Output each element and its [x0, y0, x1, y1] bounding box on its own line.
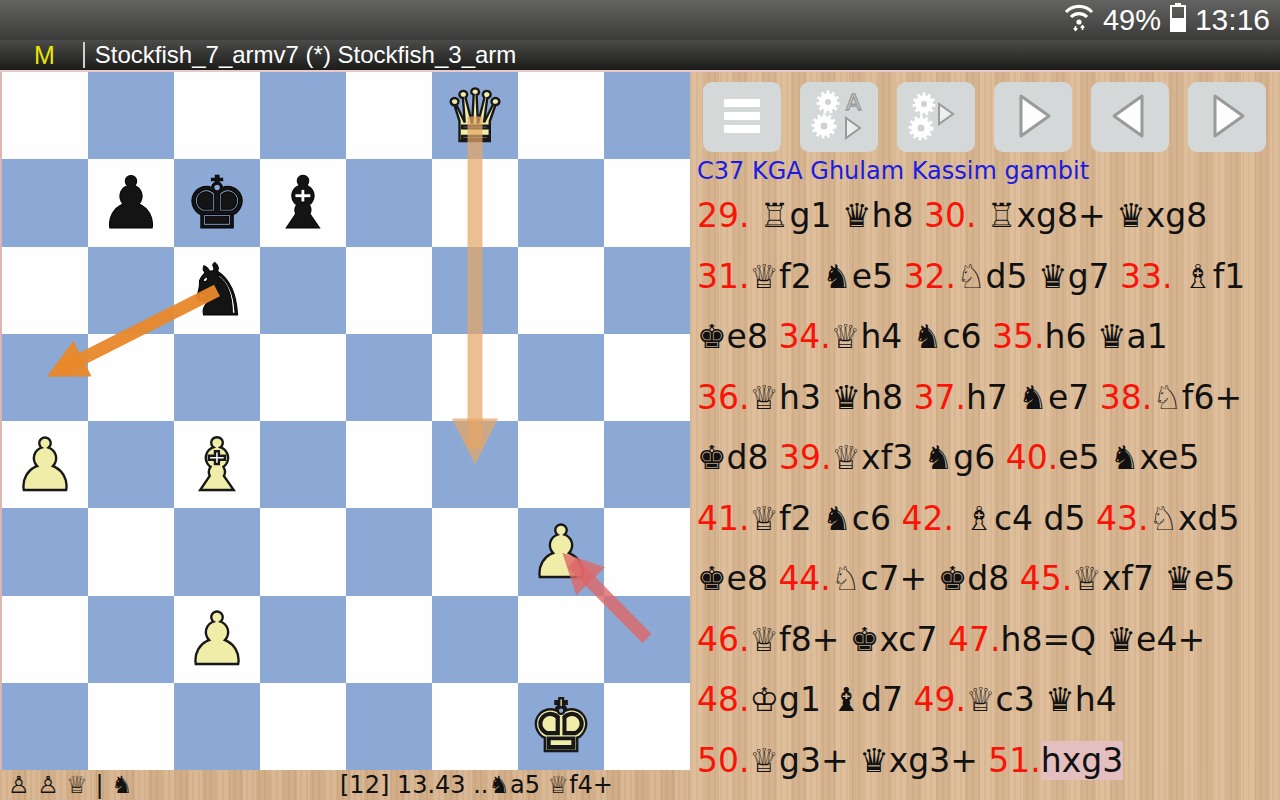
- move-number[interactable]: 30.: [924, 196, 976, 235]
- square-g8[interactable]: [518, 72, 604, 159]
- move-number[interactable]: 36.: [697, 378, 749, 417]
- move-token[interactable]: ♖g1 ♛h8: [749, 196, 924, 235]
- square-f6[interactable]: [432, 247, 518, 334]
- gears-a-play-icon: A: [810, 88, 868, 147]
- square-a6[interactable]: [2, 247, 88, 334]
- move-list[interactable]: C37 KGA Ghulam Kassim gambit 29. ♖g1 ♛h8…: [690, 152, 1280, 791]
- move-number[interactable]: 45.: [1020, 559, 1072, 598]
- square-g5[interactable]: [518, 334, 604, 421]
- square-c7[interactable]: ♚: [174, 159, 260, 246]
- move-number[interactable]: 38.: [1100, 378, 1152, 417]
- square-h1[interactable]: [604, 683, 690, 770]
- engine-play-button[interactable]: [897, 82, 975, 152]
- square-c3[interactable]: [174, 508, 260, 595]
- square-e3[interactable]: [346, 508, 432, 595]
- move-token[interactable]: ♕c3 ♛h4: [966, 680, 1117, 719]
- black-bishop[interactable]: ♝: [271, 167, 336, 239]
- square-b7[interactable]: ♟: [88, 159, 174, 246]
- square-f1[interactable]: [432, 683, 518, 770]
- move-token[interactable]: ♗f1: [1173, 257, 1246, 296]
- move-number[interactable]: 32.: [904, 257, 956, 296]
- move-number[interactable]: 31.: [697, 257, 749, 296]
- square-h2[interactable]: [604, 596, 690, 683]
- square-a2[interactable]: [2, 596, 88, 683]
- menu-button[interactable]: [703, 82, 781, 152]
- left-triangle-icon: [1102, 88, 1158, 147]
- opening-name: C37 KGA Ghulam Kassim gambit: [697, 156, 1274, 186]
- move-token[interactable]: ♘xd5: [1149, 499, 1240, 538]
- square-c1[interactable]: [174, 683, 260, 770]
- move-line: 29. ♖g1 ♛h8 30. ♖xg8+ ♛xg8: [697, 186, 1274, 247]
- square-c6[interactable]: ♞: [174, 247, 260, 334]
- title-separator: [83, 42, 85, 68]
- move-token[interactable]: ♚e8: [697, 317, 778, 356]
- square-g2[interactable]: [518, 596, 604, 683]
- move-token[interactable]: ♘f6+: [1152, 378, 1242, 417]
- back-button[interactable]: [1091, 82, 1169, 152]
- window-title: Stockfish_7_armv7 (*) Stockfish_3_arm: [95, 41, 517, 69]
- move-line: 36.♕h3 ♛h8 37.h7 ♞e7 38.♘f6+: [697, 368, 1274, 429]
- move-line: ♚e8 34.♕h4 ♞c6 35.h6 ♛a1: [697, 307, 1274, 368]
- move-number[interactable]: 47.: [948, 620, 1000, 659]
- move-token[interactable]: ♘d5 ♛g7: [956, 257, 1120, 296]
- move-token[interactable]: ♕f2 ♞e5: [749, 257, 903, 296]
- square-h5[interactable]: [604, 334, 690, 421]
- title-bar: M Stockfish_7_armv7 (*) Stockfish_3_arm: [0, 40, 1280, 70]
- move-number[interactable]: 39.: [779, 438, 831, 477]
- notation-panel: A: [690, 72, 1280, 800]
- move-token[interactable]: ♕xf3 ♞g6: [832, 438, 1006, 477]
- black-pawn[interactable]: ♟: [99, 167, 164, 239]
- move-number[interactable]: 41.: [697, 499, 749, 538]
- battery-percent: 49%: [1103, 4, 1161, 37]
- svg-text:A: A: [846, 90, 861, 115]
- move-token[interactable]: ♚e8: [697, 559, 778, 598]
- square-h4[interactable]: [604, 421, 690, 508]
- square-a1[interactable]: [2, 683, 88, 770]
- move-token[interactable]: ♕f8+ ♚xc7: [749, 620, 948, 659]
- hamburger-icon: [718, 93, 766, 142]
- square-e5[interactable]: [346, 334, 432, 421]
- clock-text: 13:16: [1195, 3, 1270, 37]
- chess-board[interactable]: ♛♟♚♝♞♟♝♟♟♚: [0, 72, 690, 770]
- white-pawn[interactable]: ♟: [185, 603, 250, 675]
- square-a5[interactable]: [2, 334, 88, 421]
- move-number[interactable]: 42.: [901, 499, 953, 538]
- move-token[interactable]: ♕f2 ♞c6: [749, 499, 901, 538]
- square-g3[interactable]: ♟: [518, 508, 604, 595]
- square-a8[interactable]: [2, 72, 88, 159]
- square-e6[interactable]: [346, 247, 432, 334]
- move-number[interactable]: 51.: [988, 741, 1040, 780]
- square-b5[interactable]: [88, 334, 174, 421]
- move-token[interactable]: ♚d8: [697, 438, 779, 477]
- gears-play-icon: [907, 88, 965, 147]
- square-e4[interactable]: [346, 421, 432, 508]
- move-number[interactable]: 46.: [697, 620, 749, 659]
- square-f5[interactable]: [432, 334, 518, 421]
- move-number[interactable]: 49.: [914, 680, 966, 719]
- square-d1[interactable]: [260, 683, 346, 770]
- move-line: 41.♕f2 ♞c6 42. ♗c4 d5 43.♘xd5: [697, 489, 1274, 550]
- square-f7[interactable]: [432, 159, 518, 246]
- square-h3[interactable]: [604, 508, 690, 595]
- captured-material: ♙ ♙ ♕ | ♞: [8, 771, 133, 799]
- wifi-icon: [1063, 2, 1095, 39]
- move-line: 31.♕f2 ♞e5 32.♘d5 ♛g7 33. ♗f1: [697, 247, 1274, 308]
- engine-auto-play-button[interactable]: A: [800, 82, 878, 152]
- square-h7[interactable]: [604, 159, 690, 246]
- move-token[interactable]: h8=Q ♛e4+: [1000, 620, 1205, 659]
- square-d2[interactable]: [260, 596, 346, 683]
- square-d4[interactable]: [260, 421, 346, 508]
- menu-shortcut-label[interactable]: M: [34, 41, 55, 70]
- play-icon: [1005, 88, 1061, 147]
- move-line: ♚e8 44.♘c7+ ♚d8 45.♕xf7 ♛e5: [697, 549, 1274, 610]
- move-number[interactable]: 35.: [992, 317, 1044, 356]
- white-queen[interactable]: ♛: [443, 80, 508, 152]
- right-triangle-icon: [1199, 88, 1255, 147]
- square-a3[interactable]: [2, 508, 88, 595]
- white-pawn[interactable]: ♟: [13, 429, 78, 501]
- square-e7[interactable]: [346, 159, 432, 246]
- black-knight[interactable]: ♞: [185, 254, 250, 326]
- move-line: 46.♕f8+ ♚xc7 47.h8=Q ♛e4+: [697, 610, 1274, 671]
- square-f8[interactable]: ♛: [432, 72, 518, 159]
- move-token[interactable]: ♗c4 d5: [954, 499, 1096, 538]
- square-b1[interactable]: [88, 683, 174, 770]
- move-number[interactable]: 37.: [913, 378, 965, 417]
- move-line: ♚d8 39.♕xf3 ♞g6 40.e5 ♞xe5: [697, 428, 1274, 489]
- move-line: 50.♕g3+ ♛xg3+ 51.hxg3: [697, 731, 1274, 792]
- move-number[interactable]: 33.: [1120, 257, 1172, 296]
- move-token[interactable]: h6 ♛a1: [1045, 317, 1168, 356]
- square-g6[interactable]: [518, 247, 604, 334]
- square-h8[interactable]: [604, 72, 690, 159]
- move-token[interactable]: ♕g3+ ♛xg3+: [749, 741, 988, 780]
- square-b2[interactable]: [88, 596, 174, 683]
- move-token[interactable]: ♔g1 ♝d7: [749, 680, 913, 719]
- white-bishop[interactable]: ♝: [185, 429, 250, 501]
- square-g1[interactable]: ♚: [518, 683, 604, 770]
- current-move[interactable]: hxg3: [1041, 741, 1123, 780]
- move-number[interactable]: 44.: [778, 559, 830, 598]
- square-b4[interactable]: [88, 421, 174, 508]
- square-b3[interactable]: [88, 508, 174, 595]
- move-number[interactable]: 34.: [778, 317, 830, 356]
- move-number[interactable]: 50.: [697, 741, 749, 780]
- move-token[interactable]: ♕xf7 ♛e5: [1072, 559, 1235, 598]
- square-a4[interactable]: ♟: [2, 421, 88, 508]
- move-token[interactable]: ♘c7+ ♚d8: [831, 559, 1020, 598]
- square-c4[interactable]: ♝: [174, 421, 260, 508]
- square-f3[interactable]: [432, 508, 518, 595]
- battery-icon: [1169, 2, 1187, 39]
- square-a7[interactable]: [2, 159, 88, 246]
- move-number[interactable]: 29.: [697, 196, 749, 235]
- move-token[interactable]: ♕h4 ♞c6: [831, 317, 992, 356]
- white-pawn[interactable]: ♟: [529, 516, 594, 588]
- square-d7[interactable]: ♝: [260, 159, 346, 246]
- move-token[interactable]: ♖xg8+ ♛xg8: [976, 196, 1207, 235]
- square-d3[interactable]: [260, 508, 346, 595]
- square-e1[interactable]: [346, 683, 432, 770]
- move-token[interactable]: h7 ♞e7: [966, 378, 1100, 417]
- square-d5[interactable]: [260, 334, 346, 421]
- square-f4[interactable]: [432, 421, 518, 508]
- move-token[interactable]: e5 ♞xe5: [1058, 438, 1199, 477]
- forward-button[interactable]: [1188, 82, 1266, 152]
- white-king[interactable]: ♚: [529, 690, 594, 762]
- square-c8[interactable]: [174, 72, 260, 159]
- play-button[interactable]: [994, 82, 1072, 152]
- square-d6[interactable]: [260, 247, 346, 334]
- move-number[interactable]: 40.: [1006, 438, 1058, 477]
- black-king[interactable]: ♚: [185, 167, 250, 239]
- square-f2[interactable]: [432, 596, 518, 683]
- engine-line-text[interactable]: [12] 13.43 ..♞a5 ♕f4+: [340, 771, 613, 799]
- square-e8[interactable]: [346, 72, 432, 159]
- square-e2[interactable]: [346, 596, 432, 683]
- move-number[interactable]: 43.: [1096, 499, 1148, 538]
- toolbar: A: [690, 72, 1280, 152]
- move-number[interactable]: 48.: [697, 680, 749, 719]
- square-g4[interactable]: [518, 421, 604, 508]
- move-token[interactable]: ♕h3 ♛h8: [749, 378, 913, 417]
- square-g7[interactable]: [518, 159, 604, 246]
- square-h6[interactable]: [604, 247, 690, 334]
- square-b8[interactable]: [88, 72, 174, 159]
- status-bar: 49% 13:16: [0, 0, 1280, 40]
- square-c2[interactable]: ♟: [174, 596, 260, 683]
- engine-status-bar[interactable]: ♙ ♙ ♕ | ♞ [12] 13.43 ..♞a5 ♕f4+: [0, 770, 690, 800]
- move-line: 48.♔g1 ♝d7 49.♕c3 ♛h4: [697, 670, 1274, 731]
- square-d8[interactable]: [260, 72, 346, 159]
- square-c5[interactable]: [174, 334, 260, 421]
- square-b6[interactable]: [88, 247, 174, 334]
